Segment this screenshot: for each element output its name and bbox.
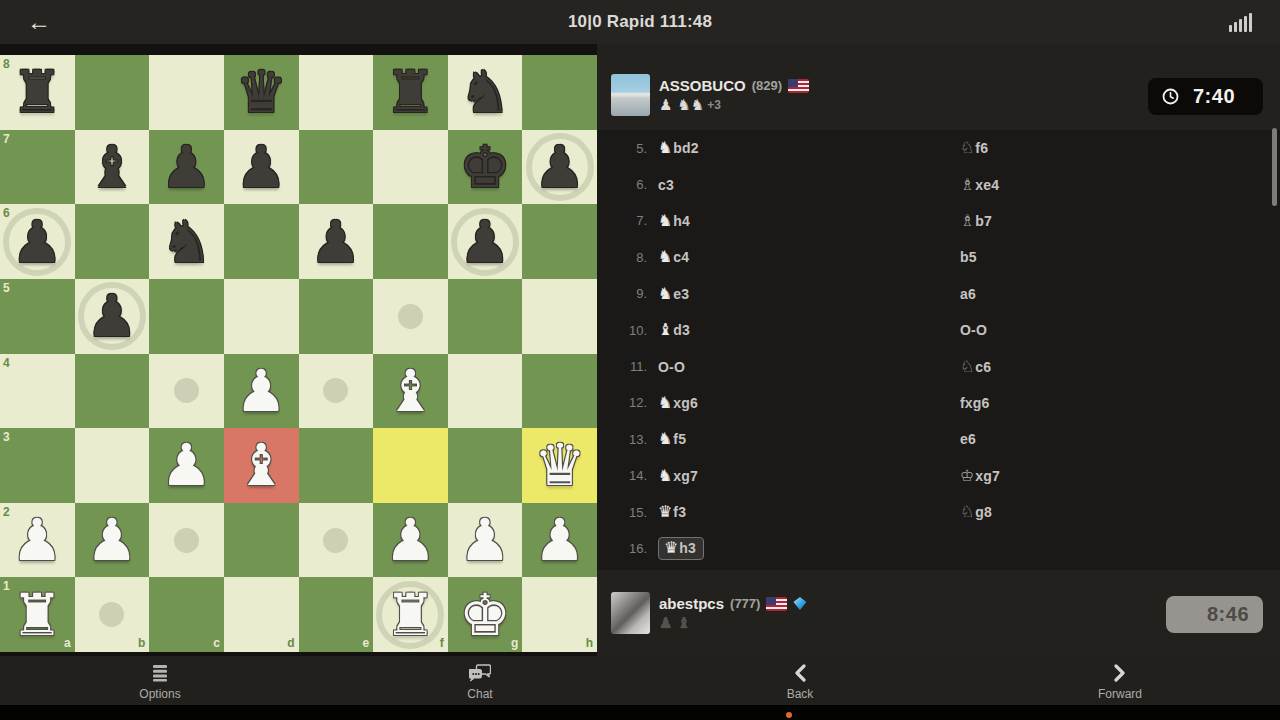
- white-rook-f1[interactable]: ♜: [373, 577, 448, 652]
- square-g1[interactable]: ♚g: [448, 577, 523, 652]
- square-b6[interactable]: [75, 204, 150, 279]
- square-f8[interactable]: ♜: [373, 55, 448, 130]
- square-g3[interactable]: [448, 428, 523, 503]
- square-a6[interactable]: ♟6: [0, 204, 75, 279]
- white-piece-figurine: ♞: [658, 468, 672, 484]
- white-move-8[interactable]: ♞c4: [658, 249, 689, 265]
- legal-move-dot-c2[interactable]: [174, 528, 199, 553]
- black-rook-a8[interactable]: ♜: [0, 55, 75, 130]
- white-pawn-b2[interactable]: ♟: [75, 503, 150, 578]
- black-rook-f8[interactable]: ♜: [373, 55, 448, 130]
- square-f4[interactable]: ♝: [373, 354, 448, 429]
- white-move-13[interactable]: ♞f5: [658, 431, 686, 447]
- move-number: 6.: [597, 177, 647, 192]
- chevron-left-icon: [793, 663, 807, 683]
- video-scrubber-dot[interactable]: [786, 712, 792, 718]
- white-queen-h3[interactable]: ♛: [522, 428, 597, 503]
- move-row-16: 16.♛h3: [597, 530, 1280, 566]
- move-list-scrollbar[interactable]: [1272, 128, 1277, 206]
- black-pawn-h7[interactable]: ♟: [522, 130, 597, 205]
- premium-diamond-icon: [793, 597, 806, 610]
- app-screen: ← 10|0 Rapid 111:48 ♜8♛♜♞7♝♟♟♚♟♟6♞♟♟5♟4♟…: [0, 0, 1280, 720]
- square-h6[interactable]: [522, 204, 597, 279]
- chevron-right-icon: [1113, 663, 1127, 683]
- opponent-time: 7:40: [1193, 85, 1235, 108]
- player-avatar[interactable]: [611, 592, 650, 634]
- square-g4[interactable]: [448, 354, 523, 429]
- black-move-11[interactable]: ♘c6: [960, 359, 991, 375]
- white-piece-figurine: ♞: [658, 431, 672, 447]
- square-c7[interactable]: ♟: [149, 130, 224, 205]
- move-row-12: 12.♞xg6fxg6: [597, 385, 1280, 421]
- square-h8[interactable]: [522, 55, 597, 130]
- square-d6[interactable]: [224, 204, 299, 279]
- move-row-9: 9.♞e3a6: [597, 276, 1280, 312]
- move-text: O-O: [960, 322, 987, 338]
- white-piece-figurine: ♛: [658, 504, 672, 520]
- square-e5[interactable]: [299, 279, 374, 354]
- white-move-9[interactable]: ♞e3: [658, 286, 689, 302]
- white-piece-figurine: ♞: [658, 286, 672, 302]
- move-text: g8: [975, 504, 992, 520]
- white-move-12[interactable]: ♞xg6: [658, 395, 698, 411]
- square-h1[interactable]: h: [522, 577, 597, 652]
- square-e7[interactable]: [299, 130, 374, 205]
- black-king-g7[interactable]: ♚: [448, 130, 523, 205]
- square-b1[interactable]: b: [75, 577, 150, 652]
- square-d5[interactable]: [224, 279, 299, 354]
- black-knight-g8[interactable]: ♞: [448, 55, 523, 130]
- legal-move-dot-f5[interactable]: [398, 304, 423, 329]
- file-label-e: e: [362, 636, 369, 650]
- player-rating: (777): [730, 596, 760, 611]
- square-h3[interactable]: ♛: [522, 428, 597, 503]
- legal-move-dot-c4[interactable]: [174, 378, 199, 403]
- player-time: 8:46: [1207, 603, 1249, 626]
- move-text: fxg6: [960, 395, 990, 411]
- rank-label-6: 6: [3, 206, 10, 220]
- move-number: 14.: [597, 468, 647, 483]
- file-label-b: b: [138, 636, 145, 650]
- square-d7[interactable]: ♟: [224, 130, 299, 205]
- file-label-a: a: [64, 636, 71, 650]
- move-text: f5: [673, 431, 686, 447]
- black-move-8[interactable]: b5: [960, 249, 977, 265]
- rank-label-8: 8: [3, 57, 10, 71]
- material-advantage: +3: [707, 96, 721, 114]
- move-number: 8.: [597, 250, 647, 265]
- black-move-14[interactable]: ♔xg7: [960, 468, 1000, 484]
- move-number: 13.: [597, 432, 647, 447]
- black-piece-figurine: ♘: [960, 140, 974, 156]
- move-text: h4: [673, 213, 690, 229]
- square-h2[interactable]: ♟: [522, 503, 597, 578]
- move-text: e6: [960, 431, 976, 447]
- black-queen-d8[interactable]: ♛: [224, 55, 299, 130]
- rank-label-3: 3: [3, 430, 10, 444]
- square-c2[interactable]: [149, 503, 224, 578]
- white-pawn-f2[interactable]: ♟: [373, 503, 448, 578]
- opponent-username[interactable]: ASSOBUCO: [659, 77, 746, 94]
- file-label-c: c: [213, 636, 220, 650]
- black-move-12[interactable]: fxg6: [960, 395, 990, 411]
- legal-move-dot-e2[interactable]: [323, 528, 348, 553]
- rank-label-1: 1: [3, 579, 10, 593]
- square-f1[interactable]: ♜f: [373, 577, 448, 652]
- move-back-button[interactable]: Back: [640, 656, 960, 705]
- chat-label: Chat: [467, 687, 492, 701]
- connection-signal-icon: [1229, 13, 1252, 32]
- white-pawn-g2[interactable]: ♟: [448, 503, 523, 578]
- square-e6[interactable]: ♟: [299, 204, 374, 279]
- square-e1[interactable]: e: [299, 577, 374, 652]
- file-label-h: h: [586, 636, 593, 650]
- square-b5[interactable]: ♟: [75, 279, 150, 354]
- move-text: xg7: [975, 468, 1000, 484]
- white-pawn-c3[interactable]: ♟: [149, 428, 224, 503]
- square-a2[interactable]: ♟2: [0, 503, 75, 578]
- back-label: Back: [787, 687, 814, 701]
- move-row-6: 6.c3♗xe4: [597, 166, 1280, 202]
- square-e4[interactable]: [299, 354, 374, 429]
- black-knight-c6[interactable]: ♞: [149, 204, 224, 279]
- square-g8[interactable]: ♞: [448, 55, 523, 130]
- options-button[interactable]: Options: [0, 656, 320, 705]
- black-move-6[interactable]: ♗xe4: [960, 177, 999, 193]
- black-move-13[interactable]: e6: [960, 431, 976, 447]
- square-e8[interactable]: [299, 55, 374, 130]
- player-clock: 8:46: [1166, 596, 1263, 633]
- square-c3[interactable]: ♟: [149, 428, 224, 503]
- chess-board[interactable]: ♜8♛♜♞7♝♟♟♚♟♟6♞♟♟5♟4♟♝3♟♝♛♟2♟♟♟♟♜1abcde♜f…: [0, 55, 597, 652]
- square-e3[interactable]: [299, 428, 374, 503]
- move-text: c6: [975, 359, 991, 375]
- square-b8[interactable]: [75, 55, 150, 130]
- white-bishop-d3[interactable]: ♝: [224, 428, 299, 503]
- white-move-7[interactable]: ♞h4: [658, 213, 690, 229]
- square-a3[interactable]: 3: [0, 428, 75, 503]
- white-move-15[interactable]: ♛f3: [658, 504, 686, 520]
- move-row-15: 15.♛f3♘g8: [597, 494, 1280, 530]
- square-d2[interactable]: [224, 503, 299, 578]
- rank-label-4: 4: [3, 356, 10, 370]
- move-text: h3: [679, 540, 696, 556]
- black-pawn-e6[interactable]: ♟: [299, 204, 374, 279]
- opponent-captured-pieces: ♟ ♞♞ +3: [659, 96, 721, 114]
- square-c1[interactable]: c: [149, 577, 224, 652]
- file-label-d: d: [287, 636, 294, 650]
- square-g2[interactable]: ♟: [448, 503, 523, 578]
- square-c6[interactable]: ♞: [149, 204, 224, 279]
- square-b7[interactable]: ♝: [75, 130, 150, 205]
- black-move-10[interactable]: O-O: [960, 322, 987, 338]
- move-number: 16.: [597, 541, 647, 556]
- move-text: bd2: [673, 140, 699, 156]
- square-f5[interactable]: [373, 279, 448, 354]
- legal-move-dot-b1[interactable]: [99, 602, 124, 627]
- black-pawn-b5[interactable]: ♟: [75, 279, 150, 354]
- white-move-14[interactable]: ♞xg7: [658, 468, 698, 484]
- move-number: 15.: [597, 505, 647, 520]
- move-text: c3: [658, 177, 674, 193]
- black-pawn-g6[interactable]: ♟: [448, 204, 523, 279]
- move-text: f3: [673, 504, 686, 520]
- move-text: O-O: [658, 359, 685, 375]
- square-a4[interactable]: 4: [0, 354, 75, 429]
- black-move-5[interactable]: ♘f6: [960, 140, 988, 156]
- black-piece-figurine: ♔: [960, 468, 974, 484]
- square-c5[interactable]: [149, 279, 224, 354]
- black-move-15[interactable]: ♘g8: [960, 504, 992, 520]
- white-pawn-a2[interactable]: ♟: [0, 503, 75, 578]
- square-a5[interactable]: 5: [0, 279, 75, 354]
- black-move-7[interactable]: ♗b7: [960, 213, 992, 229]
- square-g7[interactable]: ♚: [448, 130, 523, 205]
- rank-label-5: 5: [3, 281, 10, 295]
- options-label: Options: [139, 687, 180, 701]
- player-username[interactable]: abestpcs: [659, 595, 724, 612]
- move-row-13: 13.♞f5e6: [597, 421, 1280, 457]
- top-bar: ← 10|0 Rapid 111:48: [0, 0, 1280, 44]
- square-a1[interactable]: ♜1a: [0, 577, 75, 652]
- file-label-g: g: [511, 636, 518, 650]
- square-b2[interactable]: ♟: [75, 503, 150, 578]
- opponent-clock: 7:40: [1148, 78, 1263, 115]
- white-move-10[interactable]: ♝d3: [658, 322, 690, 338]
- square-c4[interactable]: [149, 354, 224, 429]
- move-list[interactable]: 5.♞bd2♘f66.c3♗xe47.♞h4♗b78.♞c4b59.♞e3a61…: [597, 130, 1280, 570]
- white-piece-figurine: ♛: [664, 540, 678, 556]
- move-number: 7.: [597, 213, 647, 228]
- move-row-10: 10.♝d3O-O: [597, 312, 1280, 348]
- black-pawn-a6[interactable]: ♟: [0, 204, 75, 279]
- black-pawn-c7[interactable]: ♟: [149, 130, 224, 205]
- move-text: a6: [960, 286, 976, 302]
- square-e2[interactable]: [299, 503, 374, 578]
- move-row-8: 8.♞c4b5: [597, 239, 1280, 275]
- white-pawn-d4[interactable]: ♟: [224, 354, 299, 429]
- move-text: e3: [673, 286, 689, 302]
- move-text: b7: [975, 213, 992, 229]
- square-f7[interactable]: [373, 130, 448, 205]
- square-c8[interactable]: [149, 55, 224, 130]
- player-captured-pieces: ♟ ♝: [659, 614, 691, 632]
- square-g5[interactable]: [448, 279, 523, 354]
- file-label-f: f: [440, 636, 444, 650]
- square-a7[interactable]: 7: [0, 130, 75, 205]
- black-bishop-b7[interactable]: ♝: [75, 130, 150, 205]
- black-piece-figurine: ♗: [960, 213, 974, 229]
- move-text: d3: [673, 322, 690, 338]
- white-move-16[interactable]: ♛h3: [658, 537, 704, 560]
- black-piece-figurine: ♗: [960, 177, 974, 193]
- opponent-row: ASSOBUCO (829) ♟ ♞♞ +3 7:40: [597, 72, 1280, 128]
- black-pawn-d7[interactable]: ♟: [224, 130, 299, 205]
- bottom-bar: Options Chat Back Forward: [0, 656, 1280, 705]
- opponent-avatar[interactable]: [611, 74, 650, 116]
- square-d3[interactable]: ♝: [224, 428, 299, 503]
- square-h4[interactable]: [522, 354, 597, 429]
- square-d8[interactable]: ♛: [224, 55, 299, 130]
- white-move-5[interactable]: ♞bd2: [658, 140, 699, 156]
- chat-button[interactable]: Chat: [320, 656, 640, 705]
- white-piece-figurine: ♞: [658, 213, 672, 229]
- move-number: 9.: [597, 286, 647, 301]
- move-text: c4: [673, 249, 689, 265]
- move-number: 10.: [597, 323, 647, 338]
- square-d1[interactable]: d: [224, 577, 299, 652]
- side-panel: ASSOBUCO (829) ♟ ♞♞ +3 7:40 5.♞bd2♘f66.c…: [597, 44, 1280, 656]
- square-g6[interactable]: ♟: [448, 204, 523, 279]
- move-row-11: 11.O-O♘c6: [597, 348, 1280, 384]
- move-number: 5.: [597, 141, 647, 156]
- square-h5[interactable]: [522, 279, 597, 354]
- move-row-14: 14.♞xg7♔xg7: [597, 458, 1280, 494]
- white-move-6[interactable]: c3: [658, 177, 674, 193]
- options-list-icon: [151, 663, 169, 683]
- white-piece-figurine: ♞: [658, 140, 672, 156]
- legal-move-dot-e4[interactable]: [323, 378, 348, 403]
- rank-label-7: 7: [3, 132, 10, 146]
- square-f6[interactable]: [373, 204, 448, 279]
- white-piece-figurine: ♞: [658, 395, 672, 411]
- move-number: 11.: [597, 359, 647, 374]
- opponent-rating: (829): [752, 78, 782, 93]
- square-f3[interactable]: [373, 428, 448, 503]
- rank-label-2: 2: [3, 505, 10, 519]
- square-f2[interactable]: ♟: [373, 503, 448, 578]
- square-h7[interactable]: ♟: [522, 130, 597, 205]
- move-number: 12.: [597, 395, 647, 410]
- white-move-11[interactable]: O-O: [658, 359, 685, 375]
- forward-label: Forward: [1098, 687, 1142, 701]
- game-title: 10|0 Rapid 111:48: [0, 12, 1280, 32]
- square-b4[interactable]: [75, 354, 150, 429]
- clock-icon: [1162, 88, 1179, 105]
- square-d4[interactable]: ♟: [224, 354, 299, 429]
- white-pawn-h2[interactable]: ♟: [522, 503, 597, 578]
- black-piece-figurine: ♘: [960, 504, 974, 520]
- move-text: xg7: [673, 468, 698, 484]
- opponent-flag-icon: [788, 79, 809, 93]
- move-text: xe4: [975, 177, 999, 193]
- move-text: xg6: [673, 395, 698, 411]
- white-bishop-f4[interactable]: ♝: [373, 354, 448, 429]
- move-row-5: 5.♞bd2♘f6: [597, 130, 1280, 166]
- square-b3[interactable]: [75, 428, 150, 503]
- letterbox-strip: [0, 705, 1280, 720]
- black-piece-figurine: ♘: [960, 359, 974, 375]
- white-piece-figurine: ♞: [658, 249, 672, 265]
- chat-bubble-icon: [469, 663, 491, 683]
- move-row-7: 7.♞h4♗b7: [597, 203, 1280, 239]
- white-piece-figurine: ♝: [658, 322, 672, 338]
- square-a8[interactable]: ♜8: [0, 55, 75, 130]
- player-flag-icon: [766, 597, 787, 611]
- black-move-9[interactable]: a6: [960, 286, 976, 302]
- move-text: f6: [975, 140, 988, 156]
- move-text: b5: [960, 249, 977, 265]
- player-row: abestpcs (777) ♟ ♝ 8:46: [597, 590, 1280, 646]
- move-forward-button[interactable]: Forward: [960, 656, 1280, 705]
